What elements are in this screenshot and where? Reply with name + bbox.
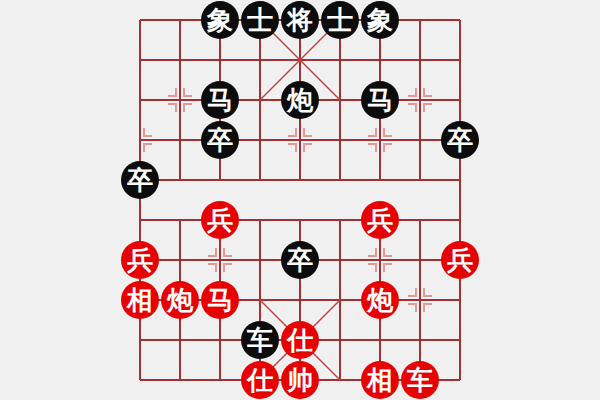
piece-red-general[interactable]: 帅 (281, 361, 319, 399)
piece-red-cannon[interactable]: 炮 (161, 281, 199, 319)
piece-black-advisor[interactable]: 士 (321, 1, 359, 39)
piece-red-soldier[interactable]: 兵 (361, 201, 399, 239)
piece-black-soldier[interactable]: 卒 (121, 161, 159, 199)
piece-red-soldier[interactable]: 兵 (121, 241, 159, 279)
piece-black-horse[interactable]: 马 (361, 81, 399, 119)
piece-black-cannon[interactable]: 炮 (281, 81, 319, 119)
piece-black-general[interactable]: 将 (281, 1, 319, 39)
piece-red-horse[interactable]: 马 (201, 281, 239, 319)
piece-red-elephant[interactable]: 相 (121, 281, 159, 319)
piece-black-soldier[interactable]: 卒 (281, 241, 319, 279)
piece-red-soldier[interactable]: 兵 (201, 201, 239, 239)
piece-red-advisor[interactable]: 仕 (281, 321, 319, 359)
piece-red-elephant[interactable]: 相 (361, 361, 399, 399)
piece-red-advisor[interactable]: 仕 (241, 361, 279, 399)
piece-black-soldier[interactable]: 卒 (201, 121, 239, 159)
piece-red-chariot[interactable]: 车 (401, 361, 439, 399)
pieces-layer: 象士将士象马炮马卒卒卒卒车兵兵兵兵相炮马炮仕仕帅相车 (120, 0, 480, 400)
piece-black-chariot[interactable]: 车 (241, 321, 279, 359)
xiangqi-board: 象士将士象马炮马卒卒卒卒车兵兵兵兵相炮马炮仕仕帅相车 (0, 0, 600, 400)
piece-red-cannon[interactable]: 炮 (361, 281, 399, 319)
piece-black-elephant[interactable]: 象 (361, 1, 399, 39)
piece-black-advisor[interactable]: 士 (241, 1, 279, 39)
piece-black-elephant[interactable]: 象 (201, 1, 239, 39)
piece-black-soldier[interactable]: 卒 (441, 121, 479, 159)
piece-black-horse[interactable]: 马 (201, 81, 239, 119)
piece-red-soldier[interactable]: 兵 (441, 241, 479, 279)
